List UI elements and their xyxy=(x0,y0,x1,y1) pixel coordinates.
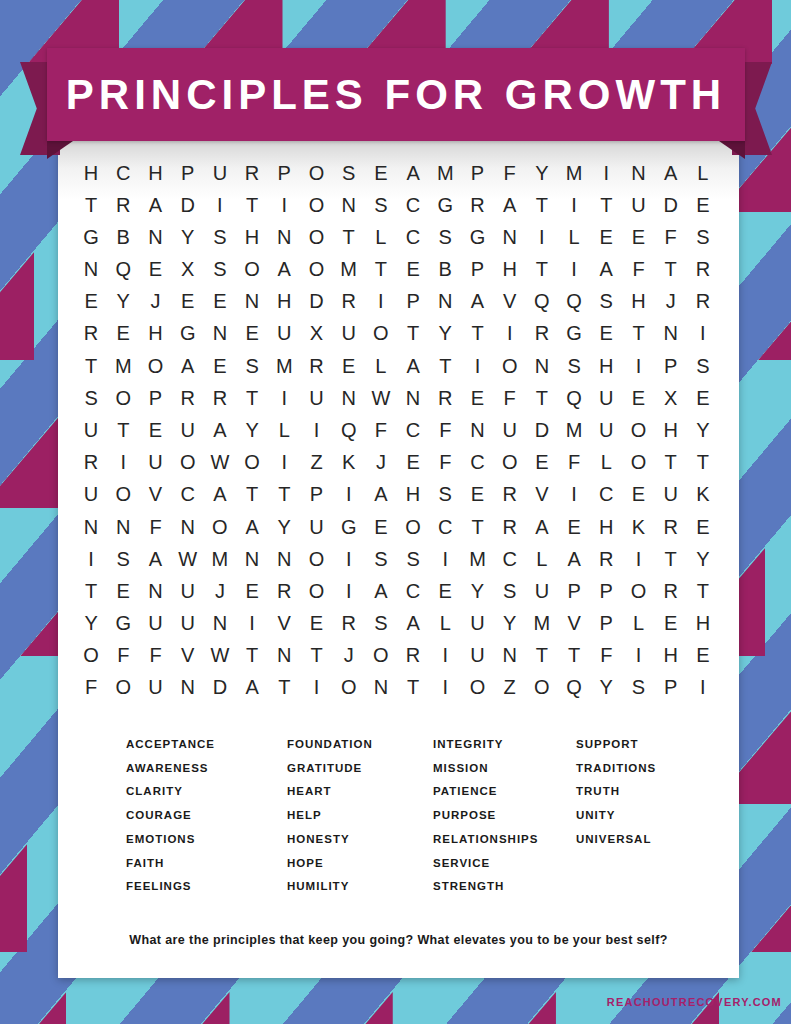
grid-cell-r14c7: R xyxy=(268,575,300,607)
grid-cell-r2c17: T xyxy=(590,189,622,221)
grid-cell-r9c7: L xyxy=(268,414,300,446)
grid-cell-r17c11: T xyxy=(397,672,429,704)
grid-cell-r3c10: L xyxy=(365,221,397,253)
grid-cell-r3c8: O xyxy=(300,221,332,253)
grid-cell-r3c7: N xyxy=(268,221,300,253)
grid-cell-r7c11: A xyxy=(397,350,429,382)
grid-cell-r4c14: H xyxy=(494,254,526,286)
grid-cell-r16c13: U xyxy=(461,640,493,672)
grid-cell-r2c9: N xyxy=(333,189,365,221)
grid-cell-r6c14: I xyxy=(494,318,526,350)
grid-cell-r5c20: R xyxy=(687,286,719,318)
grid-cell-r15c10: S xyxy=(365,607,397,639)
grid-cell-r15c16: V xyxy=(558,607,590,639)
grid-cell-r14c1: T xyxy=(75,575,107,607)
grid-cell-r12c6: A xyxy=(236,511,268,543)
grid-cell-r9c16: M xyxy=(558,414,590,446)
grid-cell-r5c9: R xyxy=(333,286,365,318)
grid-cell-r10c3: U xyxy=(139,447,171,479)
word-bank-item: HOPE xyxy=(287,852,373,876)
word-bank-item: AWARENESS xyxy=(126,757,215,781)
page-title: PRINCIPLES FOR GROWTH xyxy=(66,71,726,119)
grid-cell-r13c18: I xyxy=(622,543,654,575)
grid-cell-r4c1: N xyxy=(75,254,107,286)
word-bank-item: PATIENCE xyxy=(433,780,538,804)
grid-cell-r16c3: F xyxy=(139,640,171,672)
grid-cell-r16c15: T xyxy=(526,640,558,672)
word-bank-item: ACCEPTANCE xyxy=(126,733,215,757)
grid-cell-r15c17: P xyxy=(590,607,622,639)
grid-cell-r12c12: C xyxy=(429,511,461,543)
grid-cell-r16c2: F xyxy=(107,640,139,672)
grid-cell-r12c11: O xyxy=(397,511,429,543)
grid-cell-r8c6: T xyxy=(236,382,268,414)
grid-cell-r13c12: I xyxy=(429,543,461,575)
grid-cell-r3c13: G xyxy=(461,221,493,253)
grid-cell-r5c4: E xyxy=(172,286,204,318)
grid-cell-r5c6: N xyxy=(236,286,268,318)
grid-cell-r10c13: C xyxy=(461,447,493,479)
grid-cell-r2c12: G xyxy=(429,189,461,221)
grid-cell-r12c7: Y xyxy=(268,511,300,543)
grid-cell-r7c10: L xyxy=(365,350,397,382)
grid-cell-r2c3: A xyxy=(139,189,171,221)
grid-cell-r4c6: O xyxy=(236,254,268,286)
grid-cell-r7c18: I xyxy=(622,350,654,382)
grid-cell-r17c19: P xyxy=(655,672,687,704)
grid-cell-r7c14: O xyxy=(494,350,526,382)
grid-cell-r7c12: T xyxy=(429,350,461,382)
grid-cell-r13c3: A xyxy=(139,543,171,575)
grid-cell-r12c10: E xyxy=(365,511,397,543)
grid-cell-r12c13: T xyxy=(461,511,493,543)
grid-cell-r4c10: T xyxy=(365,254,397,286)
grid-cell-r13c10: S xyxy=(365,543,397,575)
word-bank-item: CLARITY xyxy=(126,780,215,804)
grid-cell-r9c18: O xyxy=(622,414,654,446)
grid-cell-r9c4: U xyxy=(172,414,204,446)
prompt-question: What are the principles that keep you go… xyxy=(58,933,739,947)
grid-cell-r10c1: R xyxy=(75,447,107,479)
word-bank-column-1: ACCEPTANCEAWARENESSCLARITYCOURAGEEMOTION… xyxy=(126,733,215,899)
grid-cell-r3c1: G xyxy=(75,221,107,253)
grid-cell-r11c10: A xyxy=(365,479,397,511)
grid-cell-r14c16: P xyxy=(558,575,590,607)
grid-cell-r9c14: U xyxy=(494,414,526,446)
grid-cell-r9c5: A xyxy=(204,414,236,446)
grid-cell-r9c17: U xyxy=(590,414,622,446)
grid-cell-r11c6: T xyxy=(236,479,268,511)
grid-cell-r3c18: E xyxy=(622,221,654,253)
grid-cell-r8c15: T xyxy=(526,382,558,414)
grid-cell-r8c1: S xyxy=(75,382,107,414)
grid-cell-r15c4: U xyxy=(172,607,204,639)
puzzle-panel: HCHPURPOSEAMPFYMINALTRADITIONSCGRATITUDE… xyxy=(58,130,739,978)
grid-cell-r11c20: K xyxy=(687,479,719,511)
grid-cell-r7c1: T xyxy=(75,350,107,382)
grid-cell-r16c12: I xyxy=(429,640,461,672)
grid-cell-r1c5: U xyxy=(204,157,236,189)
grid-cell-r16c7: N xyxy=(268,640,300,672)
grid-cell-r13c16: A xyxy=(558,543,590,575)
site-credit: REACHOUTRECOVERY.COM xyxy=(607,996,782,1008)
grid-cell-r14c19: R xyxy=(655,575,687,607)
grid-cell-r11c3: V xyxy=(139,479,171,511)
grid-cell-r8c7: I xyxy=(268,382,300,414)
grid-cell-r6c4: G xyxy=(172,318,204,350)
grid-cell-r8c12: R xyxy=(429,382,461,414)
grid-cell-r15c3: U xyxy=(139,607,171,639)
grid-cell-r14c15: U xyxy=(526,575,558,607)
grid-cell-r5c1: E xyxy=(75,286,107,318)
grid-cell-r9c1: U xyxy=(75,414,107,446)
grid-cell-r4c12: B xyxy=(429,254,461,286)
grid-cell-r9c3: E xyxy=(139,414,171,446)
grid-cell-r12c2: N xyxy=(107,511,139,543)
grid-cell-r17c18: S xyxy=(622,672,654,704)
word-bank-column-4: SUPPORTTRADITIONSTRUTHUNITYUNIVERSAL xyxy=(576,733,656,852)
grid-cell-r4c2: Q xyxy=(107,254,139,286)
word-bank-item: HEART xyxy=(287,780,373,804)
grid-cell-r4c13: P xyxy=(461,254,493,286)
grid-cell-r17c12: I xyxy=(429,672,461,704)
grid-cell-r9c12: F xyxy=(429,414,461,446)
word-bank-item: RELATIONSHIPS xyxy=(433,828,538,852)
grid-cell-r14c5: J xyxy=(204,575,236,607)
grid-cell-r16c8: T xyxy=(300,640,332,672)
grid-cell-r17c7: T xyxy=(268,672,300,704)
grid-cell-r12c4: N xyxy=(172,511,204,543)
grid-cell-r8c8: U xyxy=(300,382,332,414)
grid-cell-r4c5: S xyxy=(204,254,236,286)
grid-cell-r15c20: H xyxy=(687,607,719,639)
grid-cell-r2c15: T xyxy=(526,189,558,221)
grid-cell-r6c1: R xyxy=(75,318,107,350)
grid-cell-r1c9: S xyxy=(333,157,365,189)
grid-cell-r1c8: O xyxy=(300,157,332,189)
word-bank-column-3: INTEGRITYMISSIONPATIENCEPURPOSERELATIONS… xyxy=(433,733,538,899)
grid-cell-r16c6: T xyxy=(236,640,268,672)
word-search-grid: HCHPURPOSEAMPFYMINALTRADITIONSCGRATITUDE… xyxy=(75,157,719,704)
grid-cell-r8c16: Q xyxy=(558,382,590,414)
grid-cell-r4c7: A xyxy=(268,254,300,286)
word-bank: ACCEPTANCEAWARENESSCLARITYCOURAGEEMOTION… xyxy=(58,733,739,923)
grid-cell-r17c4: N xyxy=(172,672,204,704)
word-bank-item: COURAGE xyxy=(126,804,215,828)
grid-cell-r12c18: K xyxy=(622,511,654,543)
grid-cell-r8c5: R xyxy=(204,382,236,414)
grid-cell-r16c5: W xyxy=(204,640,236,672)
grid-cell-r3c6: H xyxy=(236,221,268,253)
grid-cell-r13c9: I xyxy=(333,543,365,575)
grid-cell-r8c4: R xyxy=(172,382,204,414)
grid-cell-r8c9: N xyxy=(333,382,365,414)
grid-cell-r7c17: H xyxy=(590,350,622,382)
grid-cell-r17c9: O xyxy=(333,672,365,704)
grid-cell-r10c17: L xyxy=(590,447,622,479)
word-bank-item: INTEGRITY xyxy=(433,733,538,757)
grid-cell-r15c6: I xyxy=(236,607,268,639)
grid-cell-r2c16: I xyxy=(558,189,590,221)
grid-cell-r13c15: L xyxy=(526,543,558,575)
grid-cell-r15c14: Y xyxy=(494,607,526,639)
grid-cell-r6c12: Y xyxy=(429,318,461,350)
grid-cell-r11c19: U xyxy=(655,479,687,511)
grid-cell-r11c9: I xyxy=(333,479,365,511)
grid-cell-r7c20: S xyxy=(687,350,719,382)
grid-cell-r4c20: R xyxy=(687,254,719,286)
grid-cell-r16c4: V xyxy=(172,640,204,672)
grid-cell-r4c3: E xyxy=(139,254,171,286)
grid-cell-r11c15: V xyxy=(526,479,558,511)
grid-cell-r1c12: M xyxy=(429,157,461,189)
grid-cell-r13c14: C xyxy=(494,543,526,575)
grid-cell-r5c14: V xyxy=(494,286,526,318)
grid-cell-r6c11: T xyxy=(397,318,429,350)
grid-cell-r6c17: E xyxy=(590,318,622,350)
word-bank-item: UNIVERSAL xyxy=(576,828,656,852)
grid-cell-r7c6: S xyxy=(236,350,268,382)
grid-cell-r6c13: T xyxy=(461,318,493,350)
grid-cell-r10c4: O xyxy=(172,447,204,479)
grid-cell-r13c4: W xyxy=(172,543,204,575)
grid-cell-r6c9: U xyxy=(333,318,365,350)
grid-cell-r8c2: O xyxy=(107,382,139,414)
grid-cell-r4c18: F xyxy=(622,254,654,286)
grid-cell-r15c18: L xyxy=(622,607,654,639)
grid-cell-r14c14: S xyxy=(494,575,526,607)
grid-cell-r6c7: U xyxy=(268,318,300,350)
grid-cell-r10c12: F xyxy=(429,447,461,479)
grid-cell-r17c1: F xyxy=(75,672,107,704)
grid-cell-r8c11: N xyxy=(397,382,429,414)
grid-cell-r7c5: E xyxy=(204,350,236,382)
grid-cell-r6c19: N xyxy=(655,318,687,350)
grid-cell-r8c10: W xyxy=(365,382,397,414)
grid-cell-r14c11: C xyxy=(397,575,429,607)
grid-cell-r9c2: T xyxy=(107,414,139,446)
grid-cell-r5c19: J xyxy=(655,286,687,318)
grid-cell-r3c19: F xyxy=(655,221,687,253)
grid-cell-r17c13: O xyxy=(461,672,493,704)
grid-cell-r3c17: E xyxy=(590,221,622,253)
grid-cell-r6c3: H xyxy=(139,318,171,350)
grid-cell-r17c2: O xyxy=(107,672,139,704)
grid-cell-r17c16: Q xyxy=(558,672,590,704)
grid-cell-r17c6: A xyxy=(236,672,268,704)
grid-cell-r4c8: O xyxy=(300,254,332,286)
word-bank-item: FOUNDATION xyxy=(287,733,373,757)
grid-cell-r4c9: M xyxy=(333,254,365,286)
grid-cell-r10c18: O xyxy=(622,447,654,479)
grid-cell-r14c2: E xyxy=(107,575,139,607)
grid-cell-r5c18: H xyxy=(622,286,654,318)
grid-cell-r15c7: V xyxy=(268,607,300,639)
grid-cell-r13c7: N xyxy=(268,543,300,575)
grid-cell-r8c14: F xyxy=(494,382,526,414)
grid-cell-r3c12: S xyxy=(429,221,461,253)
grid-cell-r3c9: T xyxy=(333,221,365,253)
grid-cell-r1c17: I xyxy=(590,157,622,189)
grid-cell-r11c18: E xyxy=(622,479,654,511)
grid-cell-r1c16: M xyxy=(558,157,590,189)
word-bank-item: TRUTH xyxy=(576,780,656,804)
grid-cell-r12c17: H xyxy=(590,511,622,543)
grid-cell-r13c20: Y xyxy=(687,543,719,575)
grid-cell-r1c11: A xyxy=(397,157,429,189)
grid-cell-r2c1: T xyxy=(75,189,107,221)
grid-cell-r2c19: D xyxy=(655,189,687,221)
grid-cell-r17c10: N xyxy=(365,672,397,704)
word-bank-item: HONESTY xyxy=(287,828,373,852)
grid-cell-r16c17: F xyxy=(590,640,622,672)
word-bank-item: GRATITUDE xyxy=(287,757,373,781)
grid-cell-r13c13: M xyxy=(461,543,493,575)
grid-cell-r15c13: U xyxy=(461,607,493,639)
grid-cell-r14c8: O xyxy=(300,575,332,607)
grid-cell-r14c9: I xyxy=(333,575,365,607)
grid-cell-r4c4: X xyxy=(172,254,204,286)
grid-cell-r15c2: G xyxy=(107,607,139,639)
grid-cell-r10c14: O xyxy=(494,447,526,479)
grid-cell-r5c8: D xyxy=(300,286,332,318)
grid-cell-r1c10: E xyxy=(365,157,397,189)
grid-cell-r14c18: O xyxy=(622,575,654,607)
grid-cell-r15c8: E xyxy=(300,607,332,639)
grid-cell-r10c19: T xyxy=(655,447,687,479)
grid-cell-r1c2: C xyxy=(107,157,139,189)
grid-cell-r5c15: Q xyxy=(526,286,558,318)
grid-cell-r9c11: C xyxy=(397,414,429,446)
grid-cell-r10c5: W xyxy=(204,447,236,479)
grid-cell-r6c5: N xyxy=(204,318,236,350)
word-bank-item: TRADITIONS xyxy=(576,757,656,781)
grid-cell-r16c19: H xyxy=(655,640,687,672)
grid-cell-r11c11: H xyxy=(397,479,429,511)
grid-cell-r16c14: N xyxy=(494,640,526,672)
grid-cell-r1c19: A xyxy=(655,157,687,189)
grid-cell-r2c5: I xyxy=(204,189,236,221)
grid-cell-r17c8: I xyxy=(300,672,332,704)
grid-cell-r2c6: T xyxy=(236,189,268,221)
grid-cell-r17c17: Y xyxy=(590,672,622,704)
grid-cell-r4c19: T xyxy=(655,254,687,286)
grid-cell-r11c12: S xyxy=(429,479,461,511)
grid-cell-r8c17: U xyxy=(590,382,622,414)
grid-cell-r12c3: F xyxy=(139,511,171,543)
grid-cell-r17c3: U xyxy=(139,672,171,704)
grid-cell-r12c9: G xyxy=(333,511,365,543)
grid-cell-r12c1: N xyxy=(75,511,107,543)
grid-cell-r11c17: C xyxy=(590,479,622,511)
grid-cell-r14c20: T xyxy=(687,575,719,607)
grid-cell-r7c8: R xyxy=(300,350,332,382)
grid-cell-r17c20: I xyxy=(687,672,719,704)
grid-cell-r3c5: S xyxy=(204,221,236,253)
grid-cell-r9c10: F xyxy=(365,414,397,446)
grid-cell-r6c6: E xyxy=(236,318,268,350)
grid-cell-r11c7: T xyxy=(268,479,300,511)
grid-cell-r2c7: I xyxy=(268,189,300,221)
grid-cell-r5c7: H xyxy=(268,286,300,318)
grid-cell-r10c8: Z xyxy=(300,447,332,479)
grid-cell-r9c19: H xyxy=(655,414,687,446)
grid-cell-r10c15: E xyxy=(526,447,558,479)
grid-cell-r3c11: C xyxy=(397,221,429,253)
grid-cell-r12c8: U xyxy=(300,511,332,543)
grid-cell-r2c14: A xyxy=(494,189,526,221)
grid-cell-r11c5: A xyxy=(204,479,236,511)
grid-cell-r1c3: H xyxy=(139,157,171,189)
grid-cell-r17c5: D xyxy=(204,672,236,704)
grid-cell-r9c9: Q xyxy=(333,414,365,446)
grid-cell-r5c12: N xyxy=(429,286,461,318)
grid-cell-r13c5: M xyxy=(204,543,236,575)
grid-cell-r1c15: Y xyxy=(526,157,558,189)
grid-cell-r2c10: S xyxy=(365,189,397,221)
grid-cell-r14c3: N xyxy=(139,575,171,607)
grid-cell-r13c8: O xyxy=(300,543,332,575)
grid-cell-r3c14: N xyxy=(494,221,526,253)
grid-cell-r7c9: E xyxy=(333,350,365,382)
grid-cell-r5c11: P xyxy=(397,286,429,318)
grid-cell-r8c3: P xyxy=(139,382,171,414)
grid-cell-r1c18: N xyxy=(622,157,654,189)
grid-cell-r8c19: X xyxy=(655,382,687,414)
grid-cell-r11c8: P xyxy=(300,479,332,511)
grid-cell-r13c2: S xyxy=(107,543,139,575)
grid-cell-r15c11: A xyxy=(397,607,429,639)
grid-cell-r14c10: A xyxy=(365,575,397,607)
grid-cell-r17c15: O xyxy=(526,672,558,704)
grid-cell-r5c13: A xyxy=(461,286,493,318)
grid-cell-r1c6: R xyxy=(236,157,268,189)
grid-cell-r7c15: N xyxy=(526,350,558,382)
grid-cell-r4c11: E xyxy=(397,254,429,286)
grid-cell-r1c20: L xyxy=(687,157,719,189)
grid-cell-r12c14: R xyxy=(494,511,526,543)
word-bank-item: UNITY xyxy=(576,804,656,828)
grid-cell-r11c4: C xyxy=(172,479,204,511)
grid-cell-r13c19: T xyxy=(655,543,687,575)
grid-cell-r5c17: S xyxy=(590,286,622,318)
word-bank-item: MISSION xyxy=(433,757,538,781)
grid-cell-r9c20: Y xyxy=(687,414,719,446)
grid-cell-r12c16: E xyxy=(558,511,590,543)
grid-cell-r11c2: O xyxy=(107,479,139,511)
grid-cell-r3c16: L xyxy=(558,221,590,253)
grid-cell-r2c11: C xyxy=(397,189,429,221)
grid-cell-r1c1: H xyxy=(75,157,107,189)
grid-cell-r10c7: I xyxy=(268,447,300,479)
grid-cell-r15c19: E xyxy=(655,607,687,639)
grid-cell-r11c14: R xyxy=(494,479,526,511)
grid-cell-r9c13: N xyxy=(461,414,493,446)
grid-cell-r15c12: L xyxy=(429,607,461,639)
grid-cell-r15c1: Y xyxy=(75,607,107,639)
grid-cell-r7c3: O xyxy=(139,350,171,382)
grid-cell-r11c1: U xyxy=(75,479,107,511)
grid-cell-r11c16: I xyxy=(558,479,590,511)
grid-cell-r16c11: R xyxy=(397,640,429,672)
grid-cell-r5c16: Q xyxy=(558,286,590,318)
grid-cell-r15c5: N xyxy=(204,607,236,639)
grid-cell-r3c2: B xyxy=(107,221,139,253)
title-banner: PRINCIPLES FOR GROWTH xyxy=(47,48,745,141)
grid-cell-r10c10: J xyxy=(365,447,397,479)
word-bank-item: STRENGTH xyxy=(433,875,538,899)
grid-cell-r10c9: K xyxy=(333,447,365,479)
